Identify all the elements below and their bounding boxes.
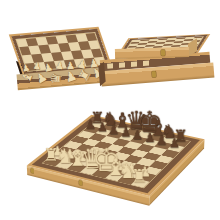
brass-clasp-icon — [30, 168, 33, 174]
black-pawn: ♟ — [131, 129, 144, 141]
open-board-view: ♜♞♝♛♚♝♞♜♟♟♟♟♟♟♟♟♟♟♟♟♟♟♟♟♜♞♝♛♚♝♞♜ — [0, 0, 220, 220]
black-pawn: ♟ — [107, 124, 120, 136]
square-h5 — [155, 155, 173, 164]
board-frame: ♜♞♝♛♚♝♞♜♟♟♟♟♟♟♟♟♟♟♟♟♟♟♟♟♜♞♝♛♚♝♞♜ — [27, 115, 205, 196]
brass-clasp-icon — [79, 180, 82, 186]
white-rook: ♜ — [131, 167, 146, 185]
black-pawn: ♟ — [167, 137, 181, 150]
product-photo: ♟♟♟♟♟♟♟♝♟♛♟♜♟ ♜♞♝♛♚♝♞♜♟♟♟♟♟♟♟♟♟♟♟♟♟♟♟♟♜♞… — [0, 0, 220, 220]
square-h1: ♜ — [130, 178, 149, 187]
black-pawn: ♟ — [155, 134, 169, 147]
white-knight: ♞ — [118, 161, 132, 182]
